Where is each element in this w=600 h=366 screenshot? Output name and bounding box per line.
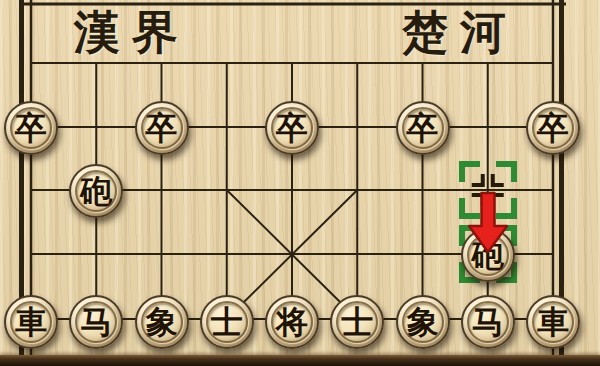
xiangqi-board: 漢界 楚河 卒卒卒卒卒砲砲車马象士将士象马車 [0, 0, 600, 366]
river-label-hanjie: 漢界 [74, 2, 190, 64]
piece-soldier[interactable]: 卒 [265, 101, 319, 155]
piece-glyph: 卒 [407, 112, 439, 144]
piece-elephant[interactable]: 象 [396, 295, 450, 349]
move-arrow-icon [462, 188, 514, 260]
piece-glyph: 马 [80, 306, 112, 338]
piece-glyph: 马 [472, 306, 504, 338]
piece-glyph: 象 [407, 306, 439, 338]
piece-soldier[interactable]: 卒 [526, 101, 580, 155]
piece-glyph: 車 [15, 306, 47, 338]
piece-cannon[interactable]: 砲 [69, 164, 123, 218]
board-bottom-edge [0, 355, 600, 366]
piece-glyph: 卒 [276, 112, 308, 144]
piece-glyph: 卒 [146, 112, 178, 144]
piece-elephant[interactable]: 象 [135, 295, 189, 349]
piece-glyph: 車 [537, 306, 569, 338]
piece-chariot[interactable]: 車 [526, 295, 580, 349]
piece-glyph: 将 [276, 306, 308, 338]
piece-advisor[interactable]: 士 [200, 295, 254, 349]
piece-glyph: 象 [146, 306, 178, 338]
piece-glyph: 士 [341, 306, 373, 338]
piece-glyph: 卒 [537, 112, 569, 144]
piece-horse[interactable]: 马 [69, 295, 123, 349]
piece-chariot[interactable]: 車 [4, 295, 58, 349]
piece-soldier[interactable]: 卒 [396, 101, 450, 155]
piece-glyph: 士 [211, 306, 243, 338]
piece-general[interactable]: 将 [265, 295, 319, 349]
piece-soldier[interactable]: 卒 [4, 101, 58, 155]
river-label-chuhe: 楚河 [402, 2, 518, 64]
piece-glyph: 砲 [80, 175, 112, 207]
piece-horse[interactable]: 马 [461, 295, 515, 349]
piece-soldier[interactable]: 卒 [135, 101, 189, 155]
piece-glyph: 卒 [15, 112, 47, 144]
piece-advisor[interactable]: 士 [330, 295, 384, 349]
